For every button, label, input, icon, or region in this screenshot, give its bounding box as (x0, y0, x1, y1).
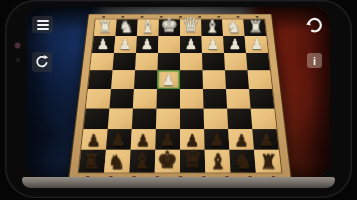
piece-brown-pawn[interactable]: ♟ (81, 133, 106, 149)
chess-board: ♜♞♝♚♛♝♞♜♟♟♟♟♟♟♟♟♟♟♟♟♟♟♟♟♜♞♝♚♛♝♞♜ (67, 14, 291, 177)
square-d4[interactable] (180, 70, 203, 89)
square-e4[interactable]: ♟ (157, 70, 180, 89)
square-c5[interactable] (203, 89, 227, 108)
piece-brown-pawn[interactable]: ♟ (253, 133, 278, 149)
piece-white-pawn[interactable]: ♟ (92, 38, 114, 52)
piece-brown-pawn[interactable]: ♟ (106, 133, 131, 149)
square-f1[interactable]: ♝ (136, 19, 158, 35)
square-b1[interactable]: ♞ (222, 19, 244, 35)
square-c6[interactable] (203, 108, 228, 128)
square-a5[interactable] (249, 89, 274, 108)
square-f2[interactable]: ♟ (135, 36, 157, 53)
piece-brown-rook[interactable]: ♜ (255, 152, 280, 172)
square-e8[interactable]: ♚ (154, 150, 179, 172)
piece-white-pawn[interactable]: ♟ (136, 38, 158, 52)
piece-white-pawn[interactable]: ♟ (114, 38, 136, 52)
square-e1[interactable]: ♚ (158, 19, 180, 35)
piece-brown-pawn[interactable]: ♟ (130, 133, 155, 149)
square-f8[interactable]: ♝ (129, 150, 155, 172)
piece-white-pawn[interactable]: ♟ (223, 38, 245, 52)
piece-white-bishop[interactable]: ♝ (201, 17, 223, 35)
piece-brown-king[interactable]: ♚ (154, 148, 179, 171)
square-b7[interactable]: ♟ (228, 129, 254, 150)
piece-white-pawn[interactable]: ♟ (180, 38, 202, 52)
square-e3[interactable] (157, 53, 179, 71)
square-g7[interactable]: ♟ (105, 129, 131, 150)
piece-brown-knight[interactable]: ♞ (104, 152, 129, 172)
square-d8[interactable]: ♛ (180, 150, 205, 172)
square-b3[interactable] (224, 53, 247, 71)
square-a7[interactable]: ♟ (252, 129, 278, 150)
square-h1[interactable]: ♜ (93, 19, 116, 35)
piece-white-rook[interactable]: ♜ (93, 18, 115, 35)
piece-brown-pawn[interactable]: ♟ (204, 133, 229, 149)
square-a3[interactable] (246, 53, 270, 71)
square-b6[interactable] (227, 108, 252, 128)
piece-white-pawn[interactable]: ♟ (245, 38, 267, 52)
square-h8[interactable]: ♜ (78, 150, 105, 172)
square-f6[interactable] (131, 108, 156, 128)
info-icon: i (313, 55, 316, 67)
square-a6[interactable] (250, 108, 276, 128)
square-h2[interactable]: ♟ (91, 36, 114, 53)
square-a8[interactable]: ♜ (254, 150, 281, 172)
piece-white-knight[interactable]: ♞ (115, 18, 137, 35)
square-c7[interactable]: ♟ (204, 129, 229, 150)
piece-white-knight[interactable]: ♞ (223, 18, 245, 35)
square-b2[interactable]: ♟ (223, 36, 246, 53)
square-c3[interactable] (202, 53, 225, 71)
piece-brown-rook[interactable]: ♜ (78, 152, 103, 172)
piece-white-pawn[interactable]: ♟ (201, 38, 223, 52)
square-g4[interactable] (111, 70, 135, 89)
square-h7[interactable]: ♟ (81, 129, 107, 150)
board-grid: ♜♞♝♚♛♝♞♜♟♟♟♟♟♟♟♟♟♟♟♟♟♟♟♟♜♞♝♚♛♝♞♜ (77, 19, 282, 174)
square-a4[interactable] (247, 70, 272, 89)
square-f4[interactable] (134, 70, 158, 89)
rotate-board-button[interactable] (32, 52, 52, 72)
info-button[interactable]: i (307, 53, 322, 68)
square-a2[interactable]: ♟ (244, 36, 267, 53)
square-g5[interactable] (109, 89, 134, 108)
camera-dot (15, 43, 20, 48)
piece-white-bishop[interactable]: ♝ (136, 17, 158, 35)
square-e2[interactable] (158, 36, 180, 53)
phone-bottom-edge (22, 177, 335, 188)
square-c1[interactable]: ♝ (201, 19, 223, 35)
square-b5[interactable] (226, 89, 251, 108)
square-d1[interactable]: ♛ (180, 19, 202, 35)
square-c4[interactable] (202, 70, 226, 89)
square-e6[interactable] (155, 108, 179, 128)
square-b4[interactable] (224, 70, 248, 89)
piece-white-queen[interactable]: ♛ (180, 15, 202, 35)
square-g1[interactable]: ♞ (115, 19, 137, 35)
square-g3[interactable] (112, 53, 135, 71)
square-h6[interactable] (83, 108, 109, 128)
square-d3[interactable] (180, 53, 202, 71)
square-g8[interactable]: ♞ (104, 150, 131, 172)
square-h5[interactable] (85, 89, 110, 108)
square-d6[interactable] (180, 108, 204, 128)
piece-brown-bishop[interactable]: ♝ (205, 151, 230, 172)
square-h4[interactable] (88, 70, 113, 89)
piece-white-king[interactable]: ♚ (158, 15, 180, 35)
square-g2[interactable]: ♟ (113, 36, 136, 53)
screenshot-stage: ♜♞♝♚♛♝♞♜♟♟♟♟♟♟♟♟♟♟♟♟♟♟♟♟♜♞♝♚♛♝♞♜ i (0, 0, 357, 200)
square-c8[interactable]: ♝ (204, 150, 230, 172)
undo-button[interactable] (303, 14, 325, 36)
square-f3[interactable] (135, 53, 158, 71)
piece-white-pawn[interactable]: ♟ (157, 73, 180, 88)
square-a1[interactable]: ♜ (243, 19, 266, 35)
square-e5[interactable] (156, 89, 180, 108)
square-c2[interactable]: ♟ (201, 36, 223, 53)
square-g6[interactable] (107, 108, 132, 128)
piece-brown-bishop[interactable]: ♝ (129, 151, 154, 172)
undo-arrow-icon (304, 15, 324, 35)
menu-button[interactable] (32, 16, 53, 33)
square-f7[interactable]: ♟ (130, 129, 155, 150)
piece-brown-pawn[interactable]: ♟ (229, 133, 254, 149)
hamburger-icon (37, 20, 49, 22)
square-d2[interactable]: ♟ (180, 36, 202, 53)
rotate-icon (34, 54, 50, 70)
sensor-dot (16, 58, 20, 62)
piece-white-rook[interactable]: ♜ (244, 18, 266, 35)
app-screen: ♜♞♝♚♛♝♞♜♟♟♟♟♟♟♟♟♟♟♟♟♟♟♟♟♜♞♝♚♛♝♞♜ i (27, 7, 330, 177)
square-f5[interactable] (132, 89, 156, 108)
square-h3[interactable] (90, 53, 114, 71)
piece-brown-queen[interactable]: ♛ (180, 148, 205, 171)
square-d5[interactable] (180, 89, 204, 108)
square-b8[interactable]: ♞ (229, 150, 256, 172)
piece-brown-knight[interactable]: ♞ (230, 152, 255, 172)
